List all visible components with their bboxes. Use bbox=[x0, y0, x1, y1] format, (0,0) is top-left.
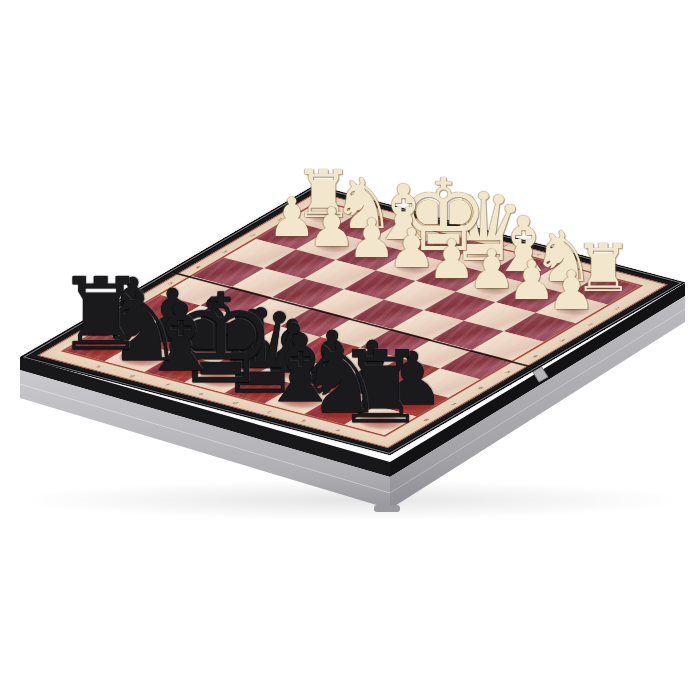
coord-label: 1 bbox=[613, 307, 621, 311]
product-photo-scene: hgfedcba hgfedcba 12345678 12345678 ♜♞♝♚… bbox=[0, 0, 700, 700]
piece-white-pawn-h2[interactable]: ♟ bbox=[268, 191, 316, 245]
foot-pad bbox=[374, 505, 400, 512]
coord-label: 5 bbox=[503, 371, 511, 375]
piece-black-rook-h8[interactable]: ♜ bbox=[56, 265, 146, 365]
coord-label: 2 bbox=[585, 323, 593, 327]
coord-label: 6 bbox=[476, 387, 484, 391]
coord-label: 3 bbox=[558, 339, 566, 343]
square-h8[interactable]: ♜ bbox=[65, 332, 137, 361]
coord-label: 4 bbox=[531, 355, 539, 359]
coord-label: 7 bbox=[449, 402, 457, 406]
